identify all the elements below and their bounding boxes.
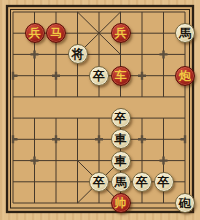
piece-black-chariot[interactable]: 車 [111, 129, 131, 149]
piece-red-horse[interactable]: 马 [46, 23, 66, 43]
piece-red-general[interactable]: 帅 [111, 193, 131, 213]
piece-red-pawn[interactable]: 兵 [111, 23, 131, 43]
piece-black-pawn[interactable]: 卒 [111, 108, 131, 128]
pieces-layer: 兵马兵馬将卒车炮卒車車卒馬卒卒帅砲 [0, 0, 200, 220]
piece-black-horse[interactable]: 馬 [175, 23, 195, 43]
piece-black-pawn[interactable]: 卒 [132, 172, 152, 192]
piece-red-pawn[interactable]: 兵 [25, 23, 45, 43]
piece-black-pawn[interactable]: 卒 [89, 172, 109, 192]
piece-red-chariot[interactable]: 车 [111, 66, 131, 86]
piece-black-pawn[interactable]: 卒 [89, 66, 109, 86]
piece-black-chariot[interactable]: 車 [111, 151, 131, 171]
piece-black-pawn[interactable]: 卒 [154, 172, 174, 192]
piece-red-cannon[interactable]: 炮 [175, 66, 195, 86]
piece-black-horse[interactable]: 馬 [111, 172, 131, 192]
piece-black-general[interactable]: 将 [68, 44, 88, 64]
xiangqi-app-window: 兵马兵馬将卒车炮卒車車卒馬卒卒帅砲 [0, 0, 200, 220]
piece-black-cannon[interactable]: 砲 [175, 193, 195, 213]
